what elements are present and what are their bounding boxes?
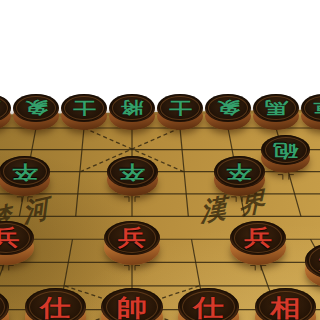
piece-face: 帥 (101, 288, 162, 320)
piece-character: 卒 (119, 163, 145, 181)
piece-face: 卒 (214, 156, 265, 188)
piece-red-elephant[interactable]: 相 (255, 288, 316, 320)
piece-character: 車 (313, 100, 320, 117)
piece-black-horse[interactable]: 馬 (253, 94, 299, 130)
piece-red-cannon[interactable]: 炮 (305, 243, 320, 288)
piece-face: 仕 (25, 288, 86, 320)
piece-character: 兵 (0, 227, 20, 249)
piece-character: 馬 (265, 100, 288, 117)
piece-character: 士 (169, 100, 192, 117)
xiangqi-board-photo: 楚河 漢界 馬象士將士象馬車砲卒卒卒兵兵兵炮相仕帥仕相 (0, 0, 320, 320)
piece-character: 將 (121, 100, 144, 117)
piece-red-elephant[interactable]: 相 (0, 288, 9, 320)
piece-character: 卒 (226, 163, 252, 181)
piece-black-elephant[interactable]: 象 (13, 94, 59, 130)
piece-character: 兵 (244, 227, 272, 249)
piece-face: 相 (255, 288, 316, 320)
piece-red-advisor[interactable]: 仕 (25, 288, 86, 320)
piece-character: 仕 (193, 295, 224, 319)
pieces-layer: 馬象士將士象馬車砲卒卒卒兵兵兵炮相仕帥仕相 (0, 0, 320, 320)
piece-character: 仕 (40, 295, 71, 319)
piece-character: 相 (270, 295, 301, 319)
piece-face: 仕 (178, 288, 239, 320)
piece-face: 卒 (0, 156, 50, 188)
piece-character: 砲 (273, 141, 298, 159)
piece-black-soldier[interactable]: 卒 (214, 156, 265, 196)
piece-black-advisor[interactable]: 士 (157, 94, 203, 130)
piece-black-cannon[interactable]: 砲 (261, 135, 310, 174)
piece-face: 卒 (107, 156, 158, 188)
piece-black-elephant[interactable]: 象 (205, 94, 251, 130)
piece-red-soldier[interactable]: 兵 (230, 221, 286, 265)
piece-character: 象 (25, 100, 48, 117)
piece-red-general[interactable]: 帥 (101, 288, 162, 320)
piece-black-general[interactable]: 將 (109, 94, 155, 130)
piece-character: 兵 (118, 227, 146, 249)
piece-character: 象 (217, 100, 240, 117)
piece-black-horse[interactable]: 馬 (0, 94, 11, 130)
piece-black-soldier[interactable]: 卒 (0, 156, 50, 196)
piece-red-advisor[interactable]: 仕 (178, 288, 239, 320)
piece-black-advisor[interactable]: 士 (61, 94, 107, 130)
piece-character: 卒 (12, 163, 38, 181)
piece-character: 士 (73, 100, 96, 117)
piece-character: 帥 (117, 295, 148, 319)
piece-black-soldier[interactable]: 卒 (107, 156, 158, 196)
piece-black-chariot[interactable]: 車 (301, 94, 320, 130)
piece-red-soldier[interactable]: 兵 (104, 221, 160, 265)
piece-red-soldier[interactable]: 兵 (0, 221, 34, 265)
